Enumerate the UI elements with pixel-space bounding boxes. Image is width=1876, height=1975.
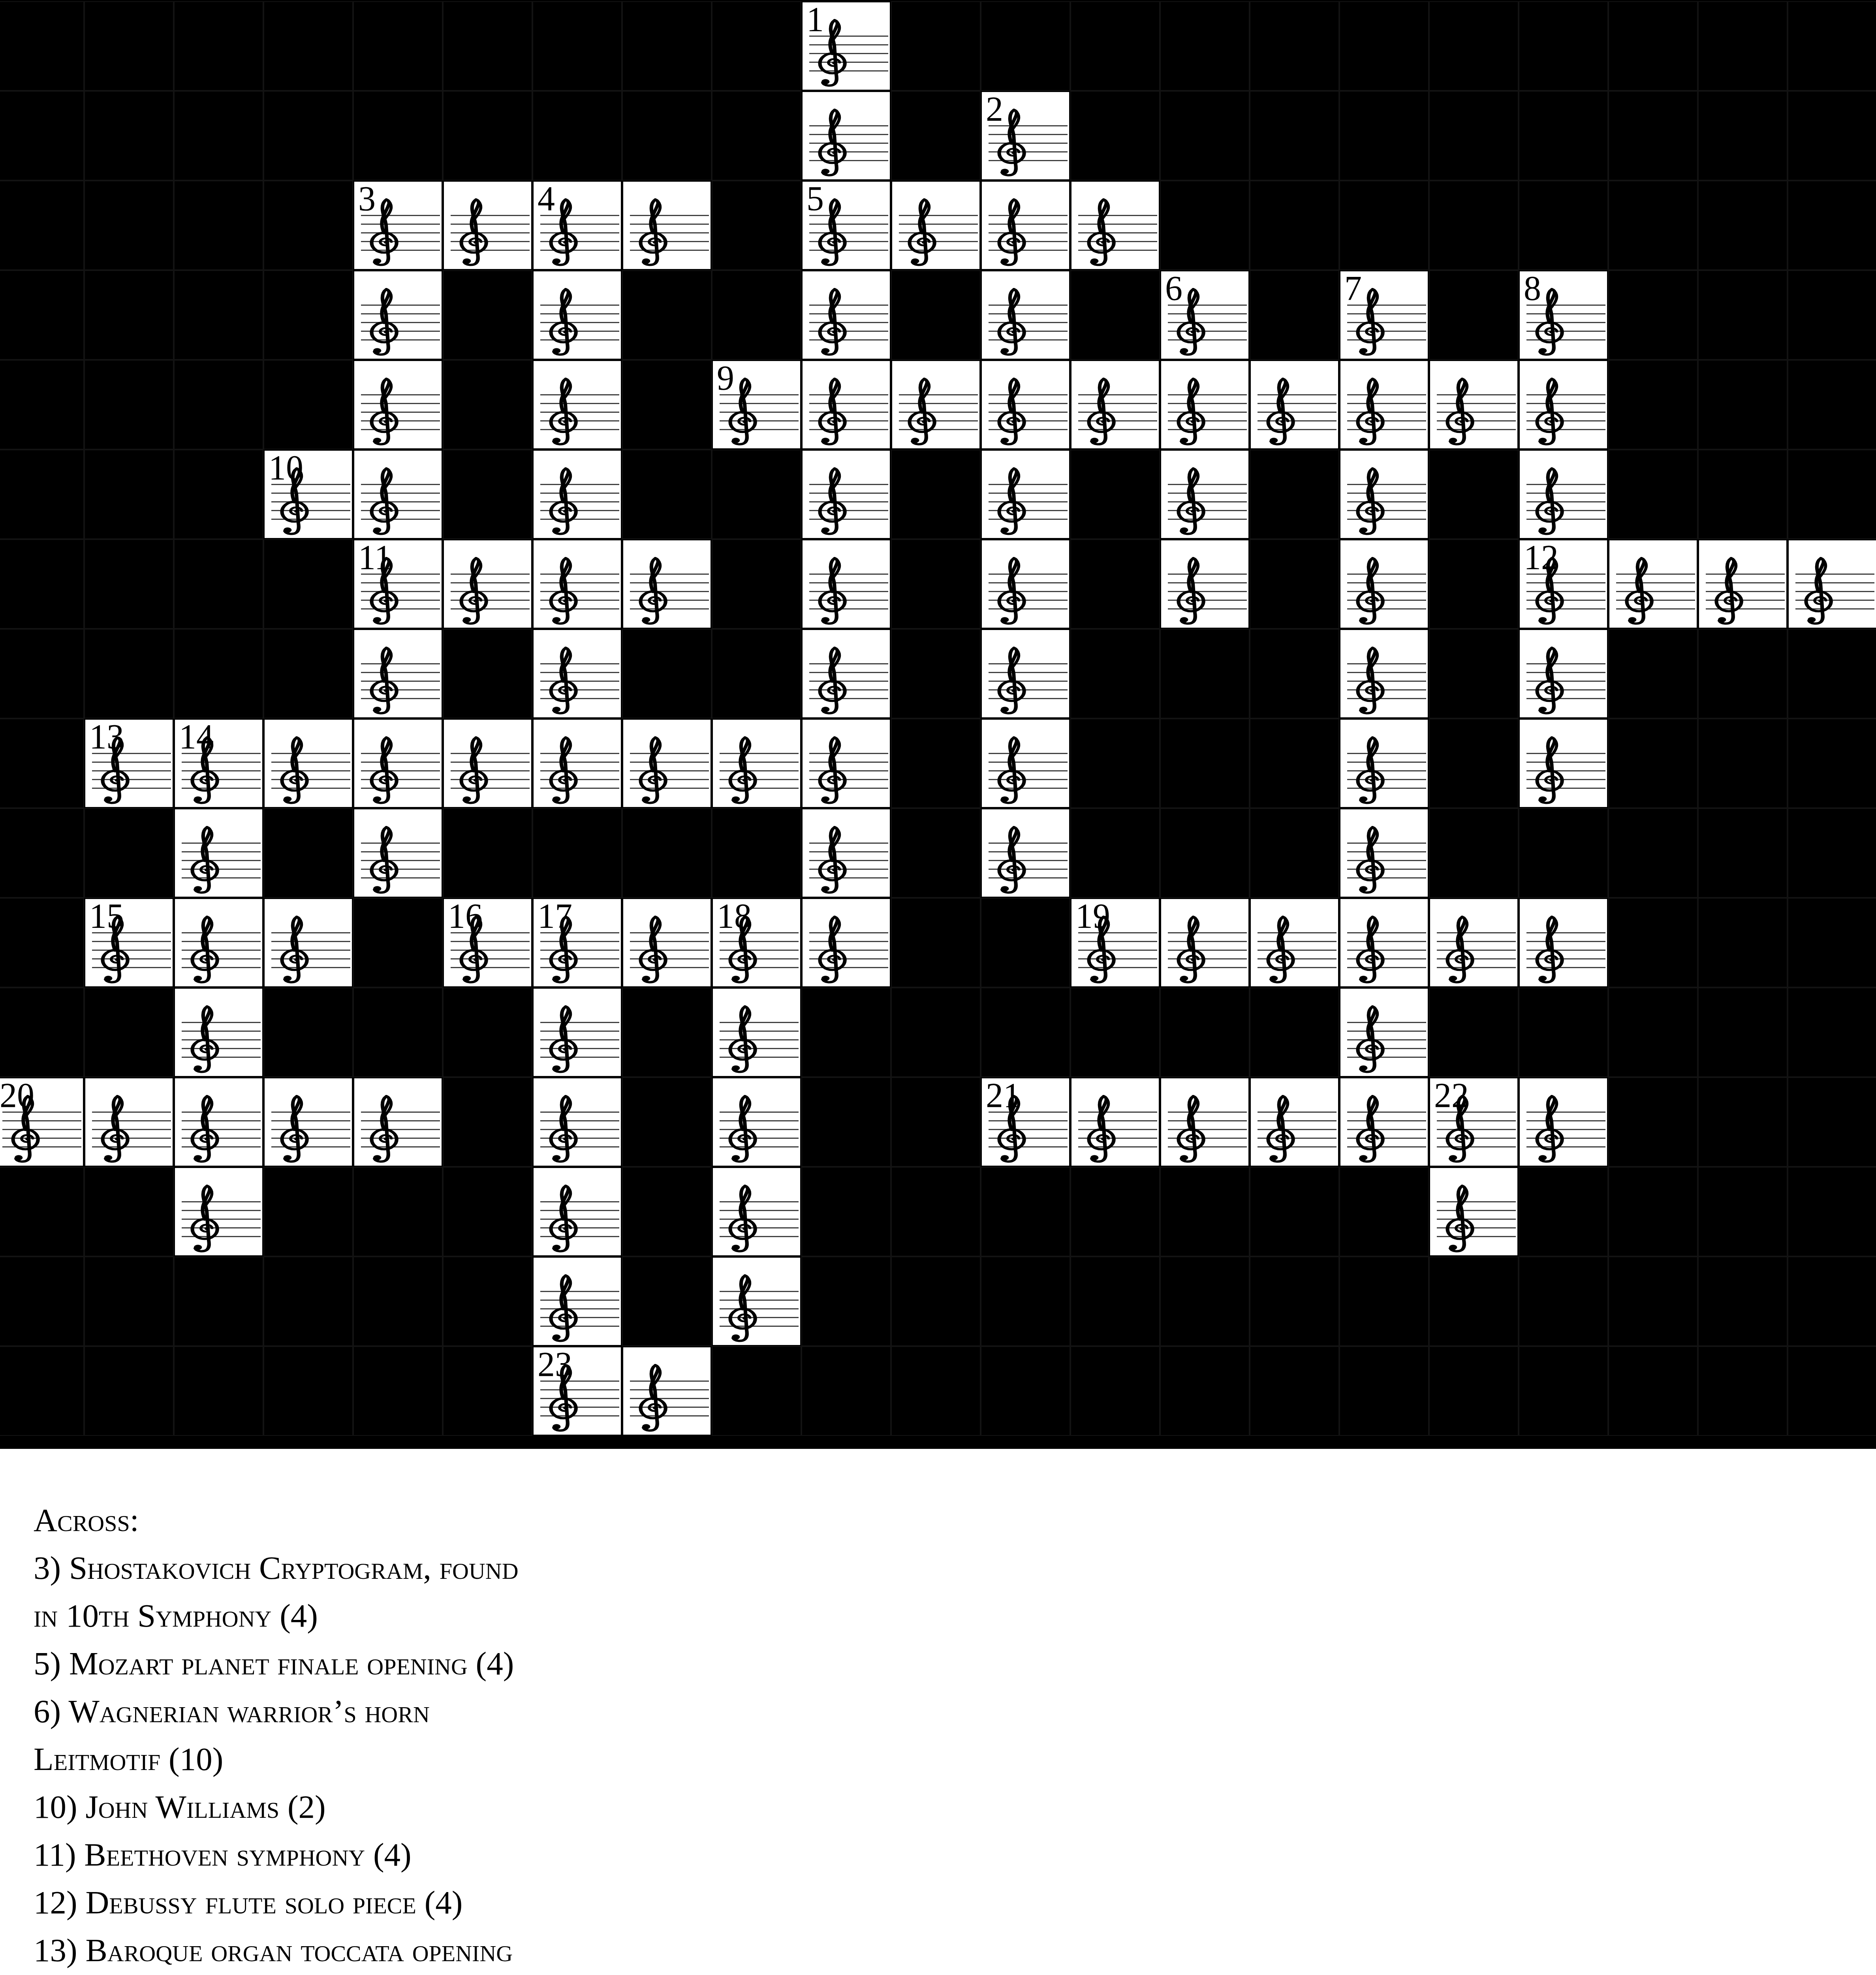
cell-r8-c14 xyxy=(1250,719,1339,808)
cell-r12-c10 xyxy=(891,1077,981,1167)
cell-r8-c11[interactable] xyxy=(981,719,1070,808)
treble-clef-icon xyxy=(366,288,405,358)
treble-clef-icon xyxy=(814,467,853,537)
clue-number-13: 13 xyxy=(89,719,124,754)
cell-r12-c2[interactable] xyxy=(174,1077,263,1167)
treble-clef-icon xyxy=(1531,378,1571,448)
cell-r0-c9[interactable]: 1 xyxy=(801,1,891,91)
cell-r3-c4[interactable] xyxy=(353,270,443,360)
treble-clef-icon xyxy=(1352,647,1391,717)
treble-clef-icon xyxy=(814,826,853,896)
cell-r4-c4[interactable] xyxy=(353,360,443,450)
treble-clef-icon xyxy=(1442,916,1481,986)
cell-r14-c20 xyxy=(1788,1256,1876,1346)
cell-r15-c13 xyxy=(1160,1346,1250,1436)
cell-r1-c18 xyxy=(1608,91,1698,181)
treble-clef-icon xyxy=(545,1274,585,1344)
cell-r11-c2[interactable] xyxy=(174,987,263,1077)
cell-r13-c0 xyxy=(0,1167,84,1256)
cell-r9-c1 xyxy=(84,808,174,898)
cell-r3-c15[interactable]: 7 xyxy=(1339,270,1429,360)
treble-clef-icon xyxy=(545,1185,585,1255)
cell-r2-c12[interactable] xyxy=(1070,181,1160,270)
cell-r5-c7 xyxy=(622,450,712,539)
cell-r10-c15[interactable] xyxy=(1339,898,1429,987)
cell-r1-c19 xyxy=(1698,91,1788,181)
cell-r7-c17[interactable] xyxy=(1519,629,1608,719)
treble-clef-icon xyxy=(635,198,674,268)
cell-r0-c19 xyxy=(1698,1,1788,91)
cell-r11-c4 xyxy=(353,987,443,1077)
cell-r6-c15[interactable] xyxy=(1339,539,1429,629)
cell-r1-c0 xyxy=(0,91,84,181)
cell-r1-c12 xyxy=(1070,91,1160,181)
cell-r11-c15[interactable] xyxy=(1339,987,1429,1077)
treble-clef-icon xyxy=(545,736,585,806)
cell-r6-c14 xyxy=(1250,539,1339,629)
cell-r2-c19 xyxy=(1698,181,1788,270)
cell-r3-c13[interactable]: 6 xyxy=(1160,270,1250,360)
cell-r7-c6[interactable] xyxy=(532,629,622,719)
cell-r6-c5[interactable] xyxy=(443,539,532,629)
cell-r5-c13[interactable] xyxy=(1160,450,1250,539)
cell-r7-c5 xyxy=(443,629,532,719)
cell-r14-c8[interactable] xyxy=(712,1256,801,1346)
treble-clef-icon xyxy=(1531,736,1571,806)
cell-r5-c17[interactable] xyxy=(1519,450,1608,539)
cell-r2-c11[interactable] xyxy=(981,181,1070,270)
clue-number-19: 19 xyxy=(1075,899,1110,933)
cell-r2-c9[interactable]: 5 xyxy=(801,181,891,270)
cell-r5-c6[interactable] xyxy=(532,450,622,539)
cell-r3-c19 xyxy=(1698,270,1788,360)
cell-r2-c2 xyxy=(174,181,263,270)
cell-r5-c11[interactable] xyxy=(981,450,1070,539)
treble-clef-icon xyxy=(545,378,585,448)
cell-r13-c12 xyxy=(1070,1167,1160,1256)
cell-r10-c9[interactable] xyxy=(801,898,891,987)
treble-clef-icon xyxy=(993,736,1033,806)
cell-r10-c0 xyxy=(0,898,84,987)
treble-clef-icon xyxy=(814,288,853,358)
cell-r2-c6[interactable]: 4 xyxy=(532,181,622,270)
cell-r8-c5[interactable] xyxy=(443,719,532,808)
treble-clef-icon xyxy=(635,736,674,806)
cell-r12-c15[interactable] xyxy=(1339,1077,1429,1167)
cell-r15-c16 xyxy=(1429,1346,1519,1436)
across-line-6: 10) John Williams (2) xyxy=(34,1783,548,1831)
cell-r15-c4 xyxy=(353,1346,443,1436)
cell-r5-c0 xyxy=(0,450,84,539)
cell-r9-c17 xyxy=(1519,808,1608,898)
cell-r12-c5 xyxy=(443,1077,532,1167)
cell-r15-c20 xyxy=(1788,1346,1876,1436)
cell-r7-c16 xyxy=(1429,629,1519,719)
cell-r4-c14[interactable] xyxy=(1250,360,1339,450)
cell-r0-c15 xyxy=(1339,1,1429,91)
treble-clef-icon xyxy=(1083,1095,1122,1165)
cell-r14-c9 xyxy=(801,1256,891,1346)
treble-clef-icon xyxy=(1352,736,1391,806)
cell-r13-c2[interactable] xyxy=(174,1167,263,1256)
cell-r7-c0 xyxy=(0,629,84,719)
treble-clef-icon xyxy=(545,1095,585,1165)
treble-clef-icon xyxy=(1352,557,1391,627)
cell-r2-c5[interactable] xyxy=(443,181,532,270)
cell-r7-c15[interactable] xyxy=(1339,629,1429,719)
cell-r12-c16[interactable]: 22 xyxy=(1429,1077,1519,1167)
cell-r3-c0 xyxy=(0,270,84,360)
cell-r6-c18[interactable] xyxy=(1608,539,1698,629)
cell-r6-c19[interactable] xyxy=(1698,539,1788,629)
cell-r11-c1 xyxy=(84,987,174,1077)
cell-r7-c10 xyxy=(891,629,981,719)
treble-clef-icon xyxy=(1442,1185,1481,1255)
treble-clef-icon xyxy=(1352,1095,1391,1165)
treble-clef-icon xyxy=(993,467,1033,537)
treble-clef-icon xyxy=(545,647,585,717)
cell-r6-c17[interactable]: 12 xyxy=(1519,539,1608,629)
cell-r10-c2[interactable] xyxy=(174,898,263,987)
cell-r0-c20 xyxy=(1788,1,1876,91)
cell-r15-c14 xyxy=(1250,1346,1339,1436)
cell-r14-c7 xyxy=(622,1256,712,1346)
cell-r12-c0[interactable]: 20 xyxy=(0,1077,84,1167)
cell-r9-c15[interactable] xyxy=(1339,808,1429,898)
cell-r15-c5 xyxy=(443,1346,532,1436)
cell-r3-c6[interactable] xyxy=(532,270,622,360)
treble-clef-icon xyxy=(1173,557,1212,627)
cell-r15-c6[interactable]: 23 xyxy=(532,1346,622,1436)
cell-r0-c3 xyxy=(263,1,353,91)
cell-r3-c1 xyxy=(84,270,174,360)
cell-r6-c20[interactable] xyxy=(1788,539,1876,629)
cell-r11-c16 xyxy=(1429,987,1519,1077)
treble-clef-icon xyxy=(814,378,853,448)
cell-r3-c5 xyxy=(443,270,532,360)
cell-r14-c0 xyxy=(0,1256,84,1346)
cell-r8-c19 xyxy=(1698,719,1788,808)
treble-clef-icon xyxy=(1173,467,1212,537)
cell-r12-c8[interactable] xyxy=(712,1077,801,1167)
cell-r11-c8[interactable] xyxy=(712,987,801,1077)
cell-r3-c7 xyxy=(622,270,712,360)
cell-r2-c1 xyxy=(84,181,174,270)
treble-clef-icon xyxy=(1173,378,1212,448)
cell-r11-c6[interactable] xyxy=(532,987,622,1077)
cell-r13-c9 xyxy=(801,1167,891,1256)
cell-r7-c14 xyxy=(1250,629,1339,719)
cell-r2-c10[interactable] xyxy=(891,181,981,270)
cell-r11-c19 xyxy=(1698,987,1788,1077)
cell-r13-c18 xyxy=(1608,1167,1698,1256)
cell-r0-c5 xyxy=(443,1,532,91)
cell-r8-c3[interactable] xyxy=(263,719,353,808)
across-line-3: 5) Mozart planet finale opening (4) xyxy=(34,1640,548,1687)
cell-r13-c6[interactable] xyxy=(532,1167,622,1256)
treble-clef-icon xyxy=(814,557,853,627)
cell-r10-c13[interactable] xyxy=(1160,898,1250,987)
cell-r14-c5 xyxy=(443,1256,532,1346)
treble-clef-icon xyxy=(814,109,853,179)
cell-r7-c4[interactable] xyxy=(353,629,443,719)
treble-clef-icon xyxy=(366,378,405,448)
cell-r10-c5[interactable]: 16 xyxy=(443,898,532,987)
cell-r8-c17[interactable] xyxy=(1519,719,1608,808)
cell-r4-c15[interactable] xyxy=(1339,360,1429,450)
cell-r5-c3[interactable]: 10 xyxy=(263,450,353,539)
cell-r8-c1[interactable]: 13 xyxy=(84,719,174,808)
cell-r9-c9[interactable] xyxy=(801,808,891,898)
cell-r1-c1 xyxy=(84,91,174,181)
cell-r5-c14 xyxy=(1250,450,1339,539)
cell-r3-c2 xyxy=(174,270,263,360)
cell-r7-c18 xyxy=(1608,629,1698,719)
cell-r10-c1[interactable]: 15 xyxy=(84,898,174,987)
cell-r12-c12[interactable] xyxy=(1070,1077,1160,1167)
cell-r12-c17[interactable] xyxy=(1519,1077,1608,1167)
cell-r7-c8 xyxy=(712,629,801,719)
cell-r12-c7 xyxy=(622,1077,712,1167)
clue-number-7: 7 xyxy=(1344,271,1362,306)
cell-r1-c9[interactable] xyxy=(801,91,891,181)
cell-r13-c20 xyxy=(1788,1167,1876,1256)
treble-clef-icon xyxy=(724,1005,764,1075)
cell-r12-c3[interactable] xyxy=(263,1077,353,1167)
clue-number-5: 5 xyxy=(806,181,824,216)
treble-clef-icon xyxy=(1173,1095,1212,1165)
cell-r7-c7 xyxy=(622,629,712,719)
cell-r0-c0 xyxy=(0,1,84,91)
cell-r4-c19 xyxy=(1698,360,1788,450)
treble-clef-icon xyxy=(1531,467,1571,537)
cell-r8-c7[interactable] xyxy=(622,719,712,808)
treble-clef-icon xyxy=(635,1364,674,1434)
across-line-8: 12) Debussy flute solo piece (4) xyxy=(34,1879,548,1926)
cell-r8-c2[interactable]: 14 xyxy=(174,719,263,808)
cell-r7-c11[interactable] xyxy=(981,629,1070,719)
cell-r4-c3 xyxy=(263,360,353,450)
cell-r6-c7[interactable] xyxy=(622,539,712,629)
cell-r15-c7[interactable] xyxy=(622,1346,712,1436)
cell-r8-c9[interactable] xyxy=(801,719,891,808)
treble-clef-icon xyxy=(186,1005,226,1075)
treble-clef-icon xyxy=(186,826,226,896)
cell-r3-c8 xyxy=(712,270,801,360)
cell-r12-c13[interactable] xyxy=(1160,1077,1250,1167)
clue-number-9: 9 xyxy=(717,361,734,395)
cell-r8-c4[interactable] xyxy=(353,719,443,808)
clue-number-23: 23 xyxy=(538,1347,572,1382)
cell-r1-c16 xyxy=(1429,91,1519,181)
cell-r0-c13 xyxy=(1160,1,1250,91)
cell-r12-c4[interactable] xyxy=(353,1077,443,1167)
across-line-2: in 10th Symphony (4) xyxy=(34,1592,548,1640)
cell-r8-c8[interactable] xyxy=(712,719,801,808)
cell-r10-c6[interactable]: 17 xyxy=(532,898,622,987)
cell-r14-c6[interactable] xyxy=(532,1256,622,1346)
cell-r8-c6[interactable] xyxy=(532,719,622,808)
cell-r11-c12 xyxy=(1070,987,1160,1077)
cell-r8-c15[interactable] xyxy=(1339,719,1429,808)
treble-clef-icon xyxy=(993,288,1033,358)
cell-r13-c16[interactable] xyxy=(1429,1167,1519,1256)
treble-clef-icon xyxy=(1531,647,1571,717)
cell-r4-c9[interactable] xyxy=(801,360,891,450)
treble-clef-icon xyxy=(455,736,495,806)
clue-number-8: 8 xyxy=(1524,271,1541,306)
cell-r2-c3 xyxy=(263,181,353,270)
treble-clef-icon xyxy=(1262,378,1302,448)
cell-r4-c8[interactable]: 9 xyxy=(712,360,801,450)
cell-r1-c6 xyxy=(532,91,622,181)
cell-r15-c9 xyxy=(801,1346,891,1436)
treble-clef-icon xyxy=(276,736,316,806)
cell-r9-c11[interactable] xyxy=(981,808,1070,898)
cell-r11-c5 xyxy=(443,987,532,1077)
cell-r1-c5 xyxy=(443,91,532,181)
cell-r1-c11[interactable]: 2 xyxy=(981,91,1070,181)
cell-r9-c4[interactable] xyxy=(353,808,443,898)
cell-r2-c7[interactable] xyxy=(622,181,712,270)
treble-clef-icon xyxy=(814,647,853,717)
cell-r12-c11[interactable]: 21 xyxy=(981,1077,1070,1167)
treble-clef-icon xyxy=(993,378,1033,448)
cell-r13-c8[interactable] xyxy=(712,1167,801,1256)
cell-r3-c17[interactable]: 8 xyxy=(1519,270,1608,360)
cell-r7-c2 xyxy=(174,629,263,719)
cell-r3-c9[interactable] xyxy=(801,270,891,360)
cell-r1-c3 xyxy=(263,91,353,181)
treble-clef-icon xyxy=(724,736,764,806)
cell-r5-c9[interactable] xyxy=(801,450,891,539)
treble-clef-icon xyxy=(1352,1005,1391,1075)
cell-r10-c18 xyxy=(1608,898,1698,987)
cell-r6-c4[interactable]: 11 xyxy=(353,539,443,629)
cell-r10-c12[interactable]: 19 xyxy=(1070,898,1160,987)
cell-r2-c15 xyxy=(1339,181,1429,270)
treble-clef-icon xyxy=(1262,1095,1302,1165)
treble-clef-icon xyxy=(186,916,226,986)
cell-r14-c16 xyxy=(1429,1256,1519,1346)
cell-r7-c9[interactable] xyxy=(801,629,891,719)
cell-r10-c3[interactable] xyxy=(263,898,353,987)
clue-number-3: 3 xyxy=(358,181,376,216)
cell-r14-c14 xyxy=(1250,1256,1339,1346)
treble-clef-icon xyxy=(724,1274,764,1344)
treble-clef-icon xyxy=(1352,378,1391,448)
cell-r8-c0 xyxy=(0,719,84,808)
cell-r11-c3 xyxy=(263,987,353,1077)
cell-r15-c18 xyxy=(1608,1346,1698,1436)
cell-r7-c12 xyxy=(1070,629,1160,719)
cell-r10-c14[interactable] xyxy=(1250,898,1339,987)
cell-r5-c16 xyxy=(1429,450,1519,539)
cell-r4-c11[interactable] xyxy=(981,360,1070,450)
crossword-grid: 1234567891011121314151617181920212223 xyxy=(0,1,1876,1436)
cell-r12-c14[interactable] xyxy=(1250,1077,1339,1167)
cell-r1-c8 xyxy=(712,91,801,181)
treble-clef-icon xyxy=(1352,916,1391,986)
cell-r6-c8 xyxy=(712,539,801,629)
cell-r6-c6[interactable] xyxy=(532,539,622,629)
across-clue-list: Across:3) Shostakovich Cryptogram, found… xyxy=(34,1496,548,1975)
cell-r6-c10 xyxy=(891,539,981,629)
cell-r11-c20 xyxy=(1788,987,1876,1077)
treble-clef-icon xyxy=(993,557,1033,627)
cell-r11-c0 xyxy=(0,987,84,1077)
cell-r11-c9 xyxy=(801,987,891,1077)
cell-r4-c12[interactable] xyxy=(1070,360,1160,450)
treble-clef-icon xyxy=(366,736,405,806)
cell-r0-c2 xyxy=(174,1,263,91)
treble-clef-icon xyxy=(993,647,1033,717)
cell-r13-c4 xyxy=(353,1167,443,1256)
cell-r14-c12 xyxy=(1070,1256,1160,1346)
cell-r15-c1 xyxy=(84,1346,174,1436)
treble-clef-icon xyxy=(1531,1095,1571,1165)
cell-r6-c9[interactable] xyxy=(801,539,891,629)
cell-r11-c13 xyxy=(1160,987,1250,1077)
cell-r6-c13[interactable] xyxy=(1160,539,1250,629)
cell-r3-c12 xyxy=(1070,270,1160,360)
cell-r12-c6[interactable] xyxy=(532,1077,622,1167)
treble-clef-icon xyxy=(1083,198,1122,268)
cell-r4-c6[interactable] xyxy=(532,360,622,450)
cell-r10-c7[interactable] xyxy=(622,898,712,987)
cell-r3-c20 xyxy=(1788,270,1876,360)
clue-number-14: 14 xyxy=(179,719,214,754)
cell-r4-c17[interactable] xyxy=(1519,360,1608,450)
cell-r4-c13[interactable] xyxy=(1160,360,1250,450)
treble-clef-icon xyxy=(545,557,585,627)
cell-r0-c11 xyxy=(981,1,1070,91)
cell-r5-c5 xyxy=(443,450,532,539)
cell-r3-c14 xyxy=(1250,270,1339,360)
cell-r2-c4[interactable]: 3 xyxy=(353,181,443,270)
cell-r11-c17 xyxy=(1519,987,1608,1077)
cell-r10-c16[interactable] xyxy=(1429,898,1519,987)
cell-r4-c10[interactable] xyxy=(891,360,981,450)
cell-r3-c11[interactable] xyxy=(981,270,1070,360)
cell-r10-c11 xyxy=(981,898,1070,987)
cell-r14-c17 xyxy=(1519,1256,1608,1346)
cell-r0-c6 xyxy=(532,1,622,91)
cell-r14-c19 xyxy=(1698,1256,1788,1346)
treble-clef-icon xyxy=(97,1095,136,1165)
cell-r8-c13 xyxy=(1160,719,1250,808)
treble-clef-icon xyxy=(635,916,674,986)
cell-r10-c8[interactable]: 18 xyxy=(712,898,801,987)
cell-r4-c5 xyxy=(443,360,532,450)
cell-r4-c16[interactable] xyxy=(1429,360,1519,450)
cell-r6-c11[interactable] xyxy=(981,539,1070,629)
cell-r9-c2[interactable] xyxy=(174,808,263,898)
cell-r15-c17 xyxy=(1519,1346,1608,1436)
cell-r0-c16 xyxy=(1429,1,1519,91)
cell-r5-c18 xyxy=(1608,450,1698,539)
cell-r5-c15[interactable] xyxy=(1339,450,1429,539)
cell-r1-c15 xyxy=(1339,91,1429,181)
cell-r10-c17[interactable] xyxy=(1519,898,1608,987)
treble-clef-icon xyxy=(1711,557,1750,627)
cell-r15-c12 xyxy=(1070,1346,1160,1436)
cell-r12-c1[interactable] xyxy=(84,1077,174,1167)
cell-r8-c16 xyxy=(1429,719,1519,808)
cell-r14-c2 xyxy=(174,1256,263,1346)
cell-r9-c18 xyxy=(1608,808,1698,898)
cell-r5-c4[interactable] xyxy=(353,450,443,539)
